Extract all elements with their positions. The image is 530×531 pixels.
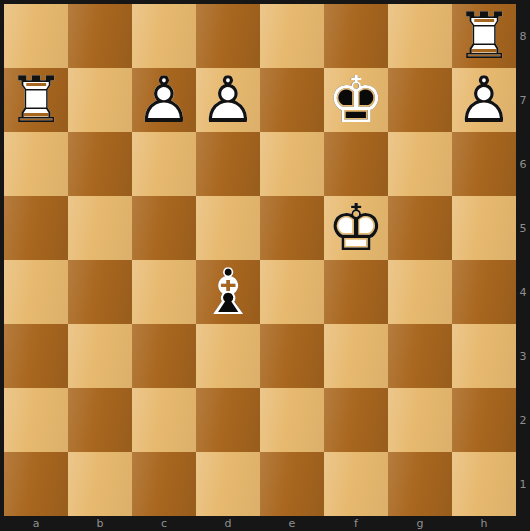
square-g1[interactable]: [388, 452, 452, 516]
square-d1[interactable]: [196, 452, 260, 516]
square-c8[interactable]: [132, 4, 196, 68]
piece-black-king[interactable]: ♚♔: [324, 68, 388, 132]
file-labels: abcdefgh: [4, 516, 516, 531]
rank-labels: 87654321: [516, 4, 530, 516]
piece-white-king[interactable]: ♚♔: [324, 196, 388, 260]
square-a3[interactable]: [4, 324, 68, 388]
square-b4[interactable]: [68, 260, 132, 324]
rank-label-6: 6: [516, 132, 530, 196]
square-h4[interactable]: [452, 260, 516, 324]
square-f6[interactable]: [324, 132, 388, 196]
square-d7[interactable]: ♟♙: [196, 68, 260, 132]
square-a5[interactable]: [4, 196, 68, 260]
square-g6[interactable]: [388, 132, 452, 196]
chessboard: ♜♖♜♖♟♙♟♙♚♔♟♙♚♔♝♗: [4, 4, 516, 516]
square-d6[interactable]: [196, 132, 260, 196]
file-label-c: c: [132, 516, 196, 531]
square-d2[interactable]: [196, 388, 260, 452]
square-c6[interactable]: [132, 132, 196, 196]
square-f2[interactable]: [324, 388, 388, 452]
rank-label-3: 3: [516, 324, 530, 388]
square-e8[interactable]: [260, 4, 324, 68]
file-label-f: f: [324, 516, 388, 531]
square-e4[interactable]: [260, 260, 324, 324]
rank-label-4: 4: [516, 260, 530, 324]
square-b6[interactable]: [68, 132, 132, 196]
square-h5[interactable]: [452, 196, 516, 260]
square-d4[interactable]: ♝♗: [196, 260, 260, 324]
file-label-g: g: [388, 516, 452, 531]
square-f1[interactable]: [324, 452, 388, 516]
piece-white-pawn[interactable]: ♟♙: [196, 68, 260, 132]
square-f4[interactable]: [324, 260, 388, 324]
square-c5[interactable]: [132, 196, 196, 260]
square-c1[interactable]: [132, 452, 196, 516]
square-b3[interactable]: [68, 324, 132, 388]
square-g4[interactable]: [388, 260, 452, 324]
rank-label-1: 1: [516, 452, 530, 516]
square-f7[interactable]: ♚♔: [324, 68, 388, 132]
square-h1[interactable]: [452, 452, 516, 516]
file-label-d: d: [196, 516, 260, 531]
piece-white-pawn[interactable]: ♟♙: [452, 68, 516, 132]
white-pawn-outline-glyph: ♙: [132, 68, 196, 132]
rank-label-5: 5: [516, 196, 530, 260]
square-a7[interactable]: ♜♖: [4, 68, 68, 132]
square-f3[interactable]: [324, 324, 388, 388]
square-a4[interactable]: [4, 260, 68, 324]
square-a8[interactable]: [4, 4, 68, 68]
white-king-outline-glyph: ♔: [324, 196, 388, 260]
square-a2[interactable]: [4, 388, 68, 452]
square-e7[interactable]: [260, 68, 324, 132]
rank-label-8: 8: [516, 4, 530, 68]
square-b7[interactable]: [68, 68, 132, 132]
black-bishop-outline-glyph: ♗: [196, 260, 260, 324]
square-b2[interactable]: [68, 388, 132, 452]
square-g3[interactable]: [388, 324, 452, 388]
square-b5[interactable]: [68, 196, 132, 260]
square-c4[interactable]: [132, 260, 196, 324]
white-pawn-outline-glyph: ♙: [196, 68, 260, 132]
square-c2[interactable]: [132, 388, 196, 452]
white-rook-outline-glyph: ♖: [4, 68, 68, 132]
square-h6[interactable]: [452, 132, 516, 196]
square-h3[interactable]: [452, 324, 516, 388]
file-label-a: a: [4, 516, 68, 531]
square-d8[interactable]: [196, 4, 260, 68]
black-king-outline-glyph: ♔: [324, 68, 388, 132]
white-rook-outline-glyph: ♖: [452, 4, 516, 68]
file-label-b: b: [68, 516, 132, 531]
square-e3[interactable]: [260, 324, 324, 388]
piece-white-pawn[interactable]: ♟♙: [132, 68, 196, 132]
piece-white-rook[interactable]: ♜♖: [452, 4, 516, 68]
square-b1[interactable]: [68, 452, 132, 516]
piece-black-bishop[interactable]: ♝♗: [196, 260, 260, 324]
square-a6[interactable]: [4, 132, 68, 196]
rank-label-7: 7: [516, 68, 530, 132]
square-c7[interactable]: ♟♙: [132, 68, 196, 132]
square-e6[interactable]: [260, 132, 324, 196]
square-g8[interactable]: [388, 4, 452, 68]
square-h7[interactable]: ♟♙: [452, 68, 516, 132]
square-g7[interactable]: [388, 68, 452, 132]
file-label-e: e: [260, 516, 324, 531]
square-g2[interactable]: [388, 388, 452, 452]
file-label-h: h: [452, 516, 516, 531]
square-c3[interactable]: [132, 324, 196, 388]
square-h8[interactable]: ♜♖: [452, 4, 516, 68]
square-e5[interactable]: [260, 196, 324, 260]
square-e1[interactable]: [260, 452, 324, 516]
white-pawn-outline-glyph: ♙: [452, 68, 516, 132]
board-frame: ♜♖♜♖♟♙♟♙♚♔♟♙♚♔♝♗ abcdefgh 87654321: [0, 0, 530, 531]
square-d3[interactable]: [196, 324, 260, 388]
square-b8[interactable]: [68, 4, 132, 68]
square-g5[interactable]: [388, 196, 452, 260]
square-f5[interactable]: ♚♔: [324, 196, 388, 260]
rank-label-2: 2: [516, 388, 530, 452]
square-d5[interactable]: [196, 196, 260, 260]
square-f8[interactable]: [324, 4, 388, 68]
square-h2[interactable]: [452, 388, 516, 452]
square-a1[interactable]: [4, 452, 68, 516]
square-e2[interactable]: [260, 388, 324, 452]
piece-white-rook[interactable]: ♜♖: [4, 68, 68, 132]
